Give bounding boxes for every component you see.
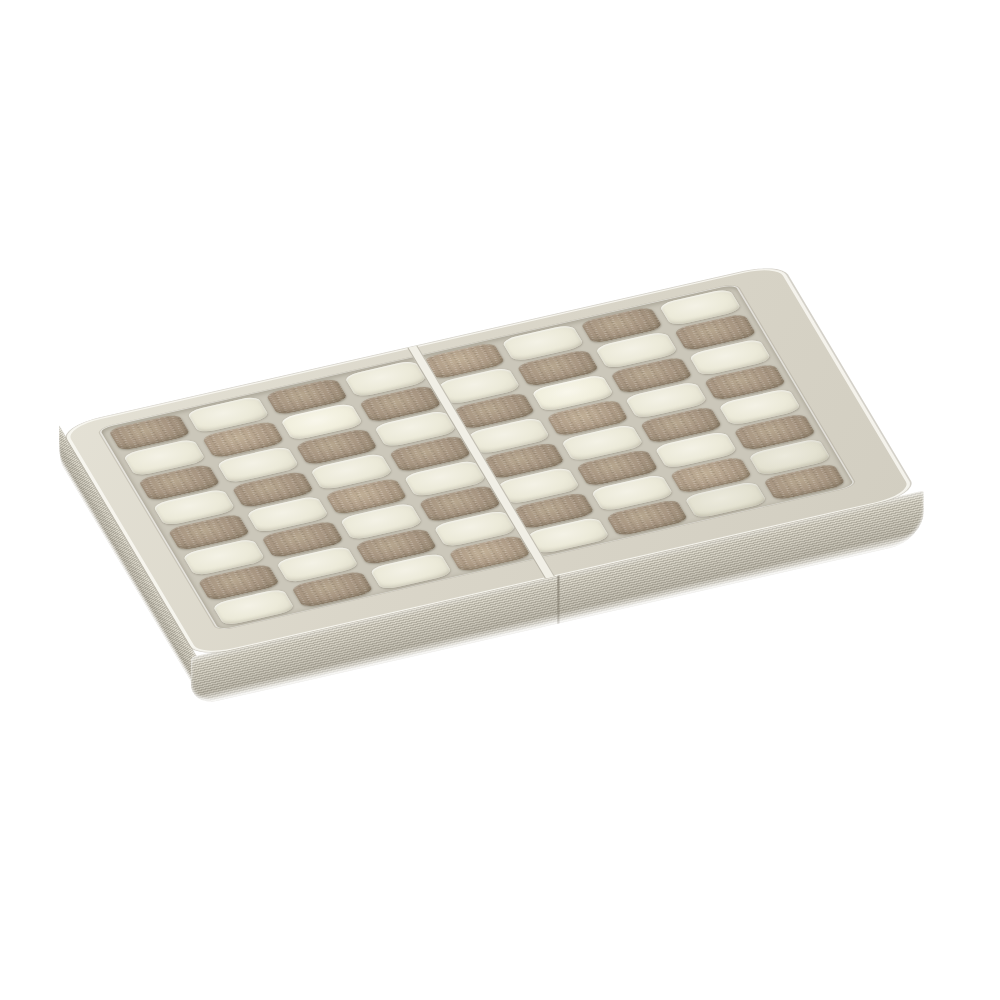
product-photo-scene bbox=[0, 0, 1000, 1000]
hinge-joint-front-face bbox=[557, 573, 559, 624]
